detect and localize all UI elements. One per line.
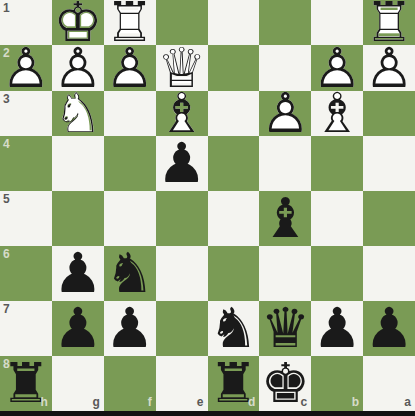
rank-label-1: 1 [3,2,10,14]
square-a4[interactable] [363,136,415,191]
file-label-g: g [92,396,99,408]
file-label-e: e [197,396,204,408]
piece-black-bishop[interactable]: ♝ [259,191,311,246]
piece-outline-glyph: ♘ [52,91,104,136]
piece-white-knight[interactable]: ♞♘ [52,91,104,136]
square-b8[interactable]: b [311,356,363,411]
square-f7[interactable]: ♟ [104,301,156,356]
piece-black-pawn[interactable]: ♟ [363,301,415,356]
square-f6[interactable]: ♞ [104,246,156,301]
square-b7[interactable]: ♟ [311,301,363,356]
piece-white-bishop[interactable]: ♝♗ [311,91,363,136]
piece-black-rook[interactable]: ♜ [208,356,260,411]
bottom-bar [0,411,415,416]
rank-label-5: 5 [3,193,10,205]
square-c6[interactable] [259,246,311,301]
square-g5[interactable] [52,191,104,246]
square-b5[interactable] [311,191,363,246]
square-a6[interactable] [363,246,415,301]
piece-black-pawn[interactable]: ♟ [52,301,104,356]
square-d2[interactable] [208,45,260,90]
piece-white-pawn[interactable]: ♟♙ [104,45,156,90]
rank-label-6: 6 [3,248,10,260]
piece-outline-glyph: ♙ [259,91,311,136]
square-f5[interactable] [104,191,156,246]
square-c8[interactable]: c♚ [259,356,311,411]
file-label-b: b [352,396,359,408]
square-f2[interactable]: ♟♙ [104,45,156,90]
square-h6[interactable]: 6 [0,246,52,301]
piece-black-knight[interactable]: ♞ [104,246,156,301]
square-c7[interactable]: ♛ [259,301,311,356]
square-c3[interactable]: ♟♙ [259,91,311,136]
piece-black-pawn[interactable]: ♟ [52,246,104,301]
file-label-f: f [148,396,152,408]
square-d6[interactable] [208,246,260,301]
piece-white-bishop[interactable]: ♝♗ [156,91,208,136]
square-d7[interactable]: ♞ [208,301,260,356]
square-a8[interactable]: a [363,356,415,411]
piece-black-rook[interactable]: ♜ [0,356,52,411]
piece-black-pawn[interactable]: ♟ [311,301,363,356]
square-a2[interactable]: ♟♙ [363,45,415,90]
square-f8[interactable]: f [104,356,156,411]
square-b3[interactable]: ♝♗ [311,91,363,136]
piece-black-pawn[interactable]: ♟ [104,301,156,356]
piece-outline-glyph: ♙ [363,45,415,90]
square-e6[interactable] [156,246,208,301]
piece-white-pawn[interactable]: ♟♙ [363,45,415,90]
square-g7[interactable]: ♟ [52,301,104,356]
piece-black-knight[interactable]: ♞ [208,301,260,356]
square-h7[interactable]: 7 [0,301,52,356]
square-e8[interactable]: e [156,356,208,411]
piece-black-queen[interactable]: ♛ [259,301,311,356]
piece-outline-glyph: ♗ [311,91,363,136]
square-d1[interactable] [208,0,260,45]
square-e7[interactable] [156,301,208,356]
square-c1[interactable] [259,0,311,45]
square-d3[interactable] [208,91,260,136]
square-b6[interactable] [311,246,363,301]
chess-app: 1♚♔♜♖♜♖2♟♙♟♙♟♙♛♕♟♙♟♙3♞♘♝♗♟♙♝♗4♟5♝6♟♞7♟♟♞… [0,0,415,416]
square-h2[interactable]: 2♟♙ [0,45,52,90]
piece-black-king[interactable]: ♚ [259,356,311,411]
square-h8[interactable]: 8h♜ [0,356,52,411]
square-d4[interactable] [208,136,260,191]
square-e4[interactable]: ♟ [156,136,208,191]
square-c5[interactable]: ♝ [259,191,311,246]
square-g8[interactable]: g [52,356,104,411]
square-e5[interactable] [156,191,208,246]
piece-white-pawn[interactable]: ♟♙ [259,91,311,136]
square-h4[interactable]: 4 [0,136,52,191]
piece-outline-glyph: ♙ [0,45,52,90]
square-d8[interactable]: d♜ [208,356,260,411]
piece-outline-glyph: ♗ [156,91,208,136]
square-a7[interactable]: ♟ [363,301,415,356]
file-label-a: a [404,396,411,408]
square-f4[interactable] [104,136,156,191]
rank-label-4: 4 [3,138,10,150]
rank-label-7: 7 [3,303,10,315]
chess-board: 1♚♔♜♖♜♖2♟♙♟♙♟♙♛♕♟♙♟♙3♞♘♝♗♟♙♝♗4♟5♝6♟♞7♟♟♞… [0,0,415,411]
square-h5[interactable]: 5 [0,191,52,246]
square-d5[interactable] [208,191,260,246]
piece-white-pawn[interactable]: ♟♙ [0,45,52,90]
piece-black-pawn[interactable]: ♟ [156,136,208,191]
square-g6[interactable]: ♟ [52,246,104,301]
piece-outline-glyph: ♙ [104,45,156,90]
square-e3[interactable]: ♝♗ [156,91,208,136]
square-g3[interactable]: ♞♘ [52,91,104,136]
square-a5[interactable] [363,191,415,246]
